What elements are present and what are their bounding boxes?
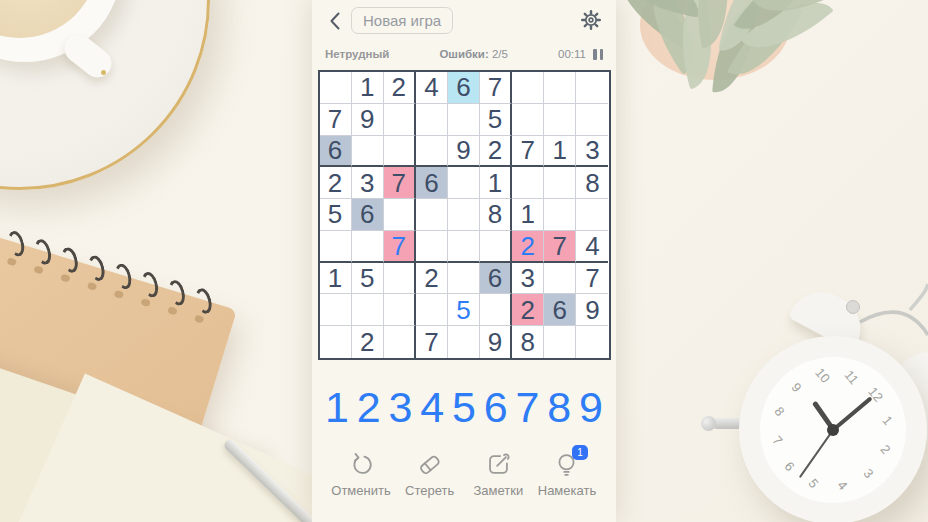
- grid-cell-r8c1[interactable]: [320, 294, 352, 326]
- grid-cell-r1c9[interactable]: [576, 72, 608, 104]
- grid-cell-r6c4[interactable]: [416, 231, 448, 263]
- notebook-coil: [59, 246, 80, 275]
- notebook-hole: [140, 298, 151, 307]
- grid-cell-r7c9[interactable]: 7: [576, 263, 608, 295]
- grid-cell-r1c5[interactable]: 6: [448, 72, 480, 104]
- notebook-coil: [166, 278, 187, 307]
- grid-cell-r5c7[interactable]: 1: [512, 199, 544, 231]
- grid-cell-r1c3[interactable]: 2: [384, 72, 416, 104]
- clock-face: 123456789101112: [760, 357, 906, 503]
- grid-cell-r1c8[interactable]: [544, 72, 576, 104]
- grid-cell-r9c4[interactable]: 7: [416, 326, 448, 358]
- grid-cell-r8c4[interactable]: [416, 294, 448, 326]
- notebook-hole: [114, 290, 125, 299]
- settings-gear-icon[interactable]: [579, 8, 603, 32]
- grid-cell-r4c5[interactable]: [448, 167, 480, 199]
- undo-icon: [348, 451, 375, 478]
- grid-cell-r3c1[interactable]: 6: [320, 136, 352, 168]
- numpad-digit-4[interactable]: 4: [420, 386, 444, 429]
- grid-cell-r5c4[interactable]: [416, 199, 448, 231]
- grid-cell-r7c7[interactable]: 3: [512, 263, 544, 295]
- notebook-coil: [32, 237, 53, 266]
- grid-cell-r1c4[interactable]: 4: [416, 72, 448, 104]
- grid-cell-r3c6[interactable]: 2: [480, 136, 512, 168]
- clock-numeral-6: 6: [778, 454, 802, 478]
- hint-label: Намекать: [538, 483, 596, 498]
- numpad-digit-7[interactable]: 7: [516, 386, 540, 429]
- grid-cell-r1c6[interactable]: 7: [480, 72, 512, 104]
- grid-cell-r2c5[interactable]: [448, 104, 480, 136]
- grid-cell-r2c4[interactable]: [416, 104, 448, 136]
- grid-cell-r8c9[interactable]: 9: [576, 294, 608, 326]
- difficulty-label: Нетрудный: [325, 48, 389, 60]
- grid-cell-r8c7[interactable]: 2: [512, 294, 544, 326]
- grid-cell-r7c5[interactable]: [448, 263, 480, 295]
- pause-button[interactable]: [593, 49, 603, 60]
- grid-cell-r4c6[interactable]: 1: [480, 167, 512, 199]
- clock-hammer: [846, 300, 860, 314]
- numpad-digit-1[interactable]: 1: [325, 386, 349, 429]
- grid-cell-r6c6[interactable]: [480, 231, 512, 263]
- grid-cell-r2c9[interactable]: [576, 104, 608, 136]
- notebook-hole: [167, 306, 178, 315]
- numpad-digit-9[interactable]: 9: [579, 386, 603, 429]
- hint-button[interactable]: 1 Намекать: [534, 451, 600, 498]
- grid-cell-r5c3[interactable]: [384, 199, 416, 231]
- notebook-coil: [193, 287, 214, 316]
- errors-value: 2/5: [492, 48, 508, 60]
- grid-cell-r8c8[interactable]: 6: [544, 294, 576, 326]
- numpad-digit-5[interactable]: 5: [452, 386, 476, 429]
- grid-cell-r8c3[interactable]: [384, 294, 416, 326]
- toolbar: Отменить Стереть Заметки 1: [312, 451, 616, 498]
- grid-cell-r3c9[interactable]: 3: [576, 136, 608, 168]
- numpad-digit-8[interactable]: 8: [547, 386, 571, 429]
- grid-cell-r6c7[interactable]: 2: [512, 231, 544, 263]
- erase-label: Стереть: [405, 483, 454, 498]
- grid-cell-r9c8[interactable]: [544, 326, 576, 358]
- grid-cell-r9c5[interactable]: [448, 326, 480, 358]
- clock-numeral-9: 9: [785, 375, 809, 399]
- notebook-hole: [60, 273, 71, 282]
- grid-cell-r6c2[interactable]: [352, 231, 384, 263]
- clock-numeral-5: 5: [802, 470, 826, 494]
- grid-cell-r4c7[interactable]: [512, 167, 544, 199]
- clock-numeral-7: 7: [766, 428, 790, 452]
- grid-cell-r9c6[interactable]: 9: [480, 326, 512, 358]
- cup-handle-accent: [101, 70, 106, 75]
- grid-cell-r3c2[interactable]: [352, 136, 384, 168]
- clock-numeral-8: 8: [769, 399, 793, 423]
- notebook-coil: [140, 270, 161, 299]
- grid-cell-r6c5[interactable]: [448, 231, 480, 263]
- notebook-hole: [33, 265, 44, 274]
- grid-cell-r4c9[interactable]: 8: [576, 167, 608, 199]
- grid-cell-r4c2[interactable]: 3: [352, 167, 384, 199]
- clock-second-hand: [799, 429, 834, 478]
- notes-label: Заметки: [473, 483, 523, 498]
- grid-cell-r6c9[interactable]: 4: [576, 231, 608, 263]
- grid-cell-r9c1[interactable]: [320, 326, 352, 358]
- grid-cell-r3c5[interactable]: 9: [448, 136, 480, 168]
- notes-button[interactable]: Заметки: [465, 451, 531, 498]
- grid-cell-r5c9[interactable]: [576, 199, 608, 231]
- grid-cell-r8c5[interactable]: 5: [448, 294, 480, 326]
- numpad-digit-2[interactable]: 2: [357, 386, 381, 429]
- sudoku-app-panel: Новая игра Нетрудный Ошибки: 2/5 00:11: [312, 0, 616, 522]
- status-bar: Нетрудный Ошибки: 2/5 00:11: [312, 42, 616, 60]
- grid-cell-r1c7[interactable]: [512, 72, 544, 104]
- back-icon[interactable]: [324, 9, 348, 33]
- grid-cell-r2c6[interactable]: 5: [480, 104, 512, 136]
- new-game-button[interactable]: Новая игра: [351, 7, 453, 34]
- clock-numeral-11: 11: [840, 365, 864, 389]
- clock-numeral-4: 4: [831, 473, 855, 497]
- errors-counter: Ошибки: 2/5: [439, 48, 508, 60]
- notebook-coil: [6, 229, 27, 258]
- grid-cell-r2c3[interactable]: [384, 104, 416, 136]
- grid-cell-r7c2[interactable]: 5: [352, 263, 384, 295]
- undo-button[interactable]: Отменить: [328, 451, 394, 498]
- notebook-hole: [87, 282, 98, 291]
- timer: 00:11: [558, 48, 586, 60]
- grid-cell-r2c2[interactable]: 9: [352, 104, 384, 136]
- grid-cell-r7c6[interactable]: 6: [480, 263, 512, 295]
- grid-cell-r4c1[interactable]: 2: [320, 167, 352, 199]
- clock-winding-knob-tip: [701, 416, 716, 431]
- notebook-coil: [113, 262, 134, 291]
- clock-numeral-1: 1: [876, 408, 900, 432]
- grid-cell-r9c9[interactable]: [576, 326, 608, 358]
- grid-cell-r6c8[interactable]: 7: [544, 231, 576, 263]
- grid-cell-r9c7[interactable]: 8: [512, 326, 544, 358]
- numpad-digit-6[interactable]: 6: [484, 386, 508, 429]
- clock-numeral-3: 3: [857, 461, 881, 485]
- grid-cell-r7c8[interactable]: [544, 263, 576, 295]
- notebook-coil: [86, 254, 107, 283]
- sudoku-board: 1246779569271323761856817274152637526927…: [318, 70, 611, 360]
- grid-cell-r6c1[interactable]: [320, 231, 352, 263]
- grid-cell-r5c2[interactable]: 6: [352, 199, 384, 231]
- grid-cell-r2c1[interactable]: 7: [320, 104, 352, 136]
- grid-cell-r7c1[interactable]: 1: [320, 263, 352, 295]
- grid-cell-r4c4[interactable]: 6: [416, 167, 448, 199]
- grid-cell-r2c7[interactable]: [512, 104, 544, 136]
- erase-button[interactable]: Стереть: [397, 451, 463, 498]
- grid-cell-r3c4[interactable]: [416, 136, 448, 168]
- clock-numeral-2: 2: [874, 437, 898, 461]
- notebook-hole: [6, 257, 17, 266]
- errors-label: Ошибки:: [439, 48, 488, 60]
- grid-cell-r1c2[interactable]: 1: [352, 72, 384, 104]
- grid-cell-r3c8[interactable]: 1: [544, 136, 576, 168]
- grid-cell-r8c6[interactable]: [480, 294, 512, 326]
- grid-cell-r5c8[interactable]: [544, 199, 576, 231]
- top-bar: Новая игра: [312, 0, 616, 42]
- grid-cell-r7c3[interactable]: [384, 263, 416, 295]
- grid-cell-r2c8[interactable]: [544, 104, 576, 136]
- eraser-icon: [416, 451, 443, 478]
- clock-numeral-10: 10: [811, 363, 835, 387]
- notebook-hole: [194, 314, 205, 323]
- grid-cell-r5c5[interactable]: [448, 199, 480, 231]
- numpad-digit-3[interactable]: 3: [389, 386, 413, 429]
- clock-center-cap: [827, 424, 839, 436]
- grid-cell-r5c1[interactable]: 5: [320, 199, 352, 231]
- grid-cell-r5c6[interactable]: 8: [480, 199, 512, 231]
- grid-cell-r4c3[interactable]: 7: [384, 167, 416, 199]
- grid-cell-r1c1[interactable]: [320, 72, 352, 104]
- grid-cell-r8c2[interactable]: [352, 294, 384, 326]
- grid-cell-r3c7[interactable]: 7: [512, 136, 544, 168]
- notes-pencil-icon: [485, 451, 512, 478]
- numpad: 123456789: [312, 386, 616, 429]
- hint-badge: 1: [572, 445, 588, 460]
- grid-cell-r3c3[interactable]: [384, 136, 416, 168]
- grid-cell-r7c4[interactable]: 2: [416, 263, 448, 295]
- undo-label: Отменить: [331, 483, 390, 498]
- grid-cell-r6c3[interactable]: 7: [384, 231, 416, 263]
- grid-cell-r9c2[interactable]: 2: [352, 326, 384, 358]
- grid-cell-r4c8[interactable]: [544, 167, 576, 199]
- grid-cell-r9c3[interactable]: [384, 326, 416, 358]
